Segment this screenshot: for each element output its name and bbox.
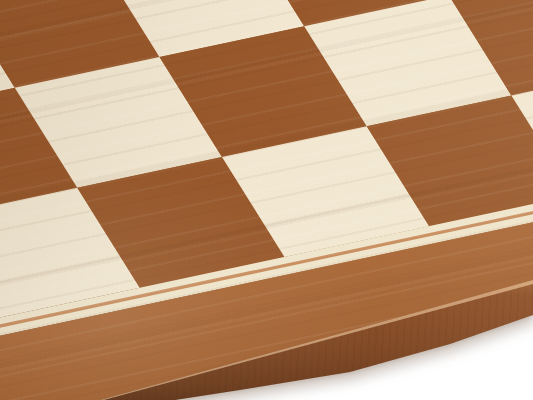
board-shadow [0, 0, 533, 400]
board-photo [0, 0, 533, 400]
chessboard [0, 0, 533, 400]
